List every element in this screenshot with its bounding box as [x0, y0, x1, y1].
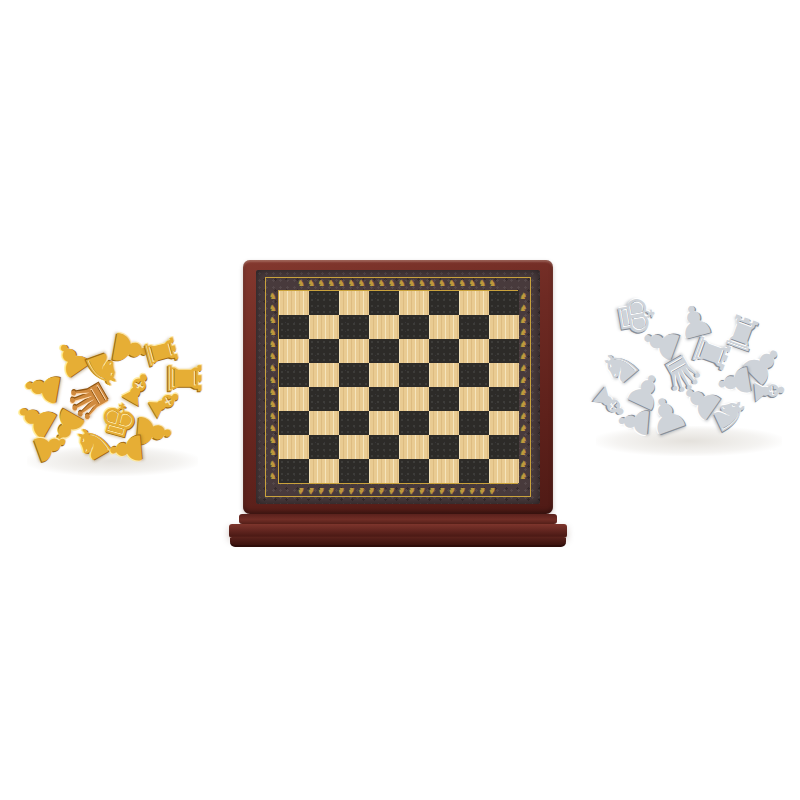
square-d4 — [369, 387, 399, 411]
gold-pawn: ♟ — [104, 428, 149, 469]
square-c8 — [339, 291, 369, 315]
square-a8 — [279, 291, 309, 315]
square-h5 — [489, 363, 519, 387]
square-g5 — [459, 363, 489, 387]
square-e5 — [399, 363, 429, 387]
square-e3 — [399, 411, 429, 435]
square-f3 — [429, 411, 459, 435]
square-g7 — [459, 315, 489, 339]
gold-pieces-pile: ♟♜♟♞♜♟♝♛♝♟♚♟♟♞♟♟ — [15, 322, 210, 474]
square-f1 — [429, 459, 459, 483]
border-motif-bottom: ♞♞♞♞♞♞♞♞♞♞♞♞♞♞♞♞♞♞♞♞ — [278, 484, 518, 496]
square-a5 — [279, 363, 309, 387]
square-c7 — [339, 315, 369, 339]
square-g6 — [459, 339, 489, 363]
square-g8 — [459, 291, 489, 315]
board-base-step-3 — [230, 538, 566, 547]
square-g1 — [459, 459, 489, 483]
square-a7 — [279, 315, 309, 339]
square-c6 — [339, 339, 369, 363]
square-h8 — [489, 291, 519, 315]
silver-bishop: ♝ — [747, 371, 790, 410]
board-base-step-1 — [239, 514, 557, 524]
square-b6 — [309, 339, 339, 363]
square-b4 — [309, 387, 339, 411]
square-e4 — [399, 387, 429, 411]
board-frame: ♞♞♞♞♞♞♞♞♞♞♞♞♞♞♞♞♞♞♞♞ ♞♞♞♞♞♞♞♞♞♞♞♞♞♞♞♞♞♞♞… — [243, 260, 553, 514]
border-motif-top: ♞♞♞♞♞♞♞♞♞♞♞♞♞♞♞♞♞♞♞♞ — [278, 278, 518, 290]
square-a3 — [279, 411, 309, 435]
silver-pawn: ♟ — [612, 402, 655, 441]
square-e2 — [399, 435, 429, 459]
square-h4 — [489, 387, 519, 411]
silver-pieces-pile: ♚♟♜♟♜♟♞♛♟♟♝♟♝♟♞♟ — [583, 292, 795, 454]
square-d1 — [369, 459, 399, 483]
square-d8 — [369, 291, 399, 315]
square-a2 — [279, 435, 309, 459]
square-h3 — [489, 411, 519, 435]
square-c2 — [339, 435, 369, 459]
square-g2 — [459, 435, 489, 459]
square-e6 — [399, 339, 429, 363]
square-c4 — [339, 387, 369, 411]
border-motif-left: ♞♞♞♞♞♞♞♞♞♞♞♞♞♞♞♞ — [266, 290, 278, 484]
square-h6 — [489, 339, 519, 363]
square-b2 — [309, 435, 339, 459]
square-e7 — [399, 315, 429, 339]
square-c5 — [339, 363, 369, 387]
board-inner-field: ♞♞♞♞♞♞♞♞♞♞♞♞♞♞♞♞♞♞♞♞ ♞♞♞♞♞♞♞♞♞♞♞♞♞♞♞♞♞♞♞… — [256, 270, 540, 504]
product-photo-scene: ♟♜♟♞♜♟♝♛♝♟♚♟♟♞♟♟ ♞♞♞♞♞♞♞♞♞♞♞♞♞♞♞♞♞♞♞♞ ♞♞… — [0, 0, 800, 800]
square-b1 — [309, 459, 339, 483]
square-h1 — [489, 459, 519, 483]
square-f4 — [429, 387, 459, 411]
square-f2 — [429, 435, 459, 459]
square-d6 — [369, 339, 399, 363]
square-d2 — [369, 435, 399, 459]
border-motif-right: ♞♞♞♞♞♞♞♞♞♞♞♞♞♞♞♞ — [518, 290, 530, 484]
square-f8 — [429, 291, 459, 315]
square-b3 — [309, 411, 339, 435]
gold-ornament-band: ♞♞♞♞♞♞♞♞♞♞♞♞♞♞♞♞♞♞♞♞ ♞♞♞♞♞♞♞♞♞♞♞♞♞♞♞♞♞♞♞… — [265, 277, 531, 497]
square-h7 — [489, 315, 519, 339]
square-a4 — [279, 387, 309, 411]
square-e8 — [399, 291, 429, 315]
square-a6 — [279, 339, 309, 363]
square-f6 — [429, 339, 459, 363]
square-d3 — [369, 411, 399, 435]
square-d7 — [369, 315, 399, 339]
square-a1 — [279, 459, 309, 483]
chessboard-grid — [278, 290, 518, 484]
square-b7 — [309, 315, 339, 339]
square-c1 — [339, 459, 369, 483]
square-b8 — [309, 291, 339, 315]
square-d5 — [369, 363, 399, 387]
board-base-step-2 — [229, 524, 567, 538]
square-f5 — [429, 363, 459, 387]
chess-board: ♞♞♞♞♞♞♞♞♞♞♞♞♞♞♞♞♞♞♞♞ ♞♞♞♞♞♞♞♞♞♞♞♞♞♞♞♞♞♞♞… — [243, 260, 553, 547]
square-c3 — [339, 411, 369, 435]
square-e1 — [399, 459, 429, 483]
square-h2 — [489, 435, 519, 459]
square-g3 — [459, 411, 489, 435]
square-f7 — [429, 315, 459, 339]
square-g4 — [459, 387, 489, 411]
square-b5 — [309, 363, 339, 387]
